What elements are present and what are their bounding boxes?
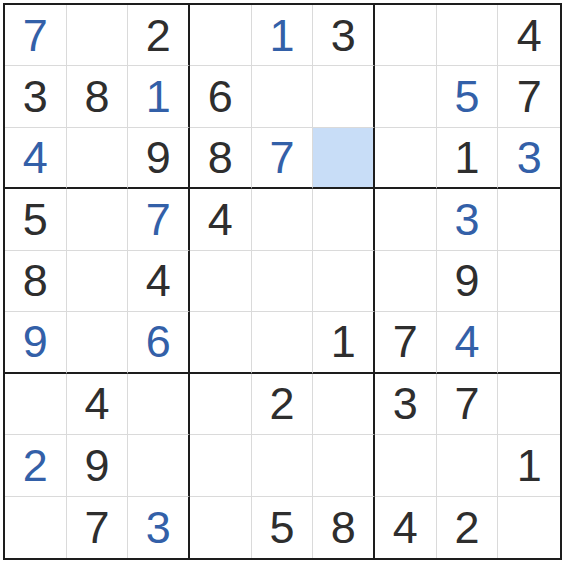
cell-r6c3[interactable]: 6 [128,312,190,373]
cell-r9c1[interactable] [5,497,67,558]
cell-r2c4[interactable]: 6 [190,66,252,127]
cell-r4c4[interactable]: 4 [190,189,252,250]
cell-r2c9[interactable]: 7 [498,66,560,127]
cell-r3c8[interactable]: 1 [437,128,499,189]
cell-r3c7[interactable] [375,128,437,189]
sudoku-board: 7213438165749871357438499617442372917358… [3,3,562,560]
cell-r4c6[interactable] [313,189,375,250]
cell-r8c4[interactable] [190,435,252,496]
cell-r7c6[interactable] [313,374,375,435]
cell-r5c7[interactable] [375,251,437,312]
cell-r2c3[interactable]: 1 [128,66,190,127]
cell-r1c1[interactable]: 7 [5,5,67,66]
cell-r1c6[interactable]: 3 [313,5,375,66]
cell-r3c6[interactable] [313,128,375,189]
cell-r6c8[interactable]: 4 [437,312,499,373]
cell-r7c9[interactable] [498,374,560,435]
cell-r7c5[interactable]: 2 [252,374,314,435]
cell-r9c2[interactable]: 7 [67,497,129,558]
cell-r6c2[interactable] [67,312,129,373]
cell-r8c8[interactable] [437,435,499,496]
cell-r8c6[interactable] [313,435,375,496]
cell-r4c7[interactable] [375,189,437,250]
cell-r1c4[interactable] [190,5,252,66]
cell-r6c1[interactable]: 9 [5,312,67,373]
cell-r3c3[interactable]: 9 [128,128,190,189]
cell-r4c1[interactable]: 5 [5,189,67,250]
cell-r3c2[interactable] [67,128,129,189]
cell-r7c4[interactable] [190,374,252,435]
cell-r7c1[interactable] [5,374,67,435]
cell-r4c2[interactable] [67,189,129,250]
cell-r3c1[interactable]: 4 [5,128,67,189]
cell-r4c8[interactable]: 3 [437,189,499,250]
cell-r5c3[interactable]: 4 [128,251,190,312]
cell-r5c6[interactable] [313,251,375,312]
cell-r5c8[interactable]: 9 [437,251,499,312]
cell-r6c9[interactable] [498,312,560,373]
cell-r9c6[interactable]: 8 [313,497,375,558]
cell-r8c9[interactable]: 1 [498,435,560,496]
cell-r5c2[interactable] [67,251,129,312]
cell-r5c5[interactable] [252,251,314,312]
cell-r6c4[interactable] [190,312,252,373]
cell-r9c4[interactable] [190,497,252,558]
cell-r4c3[interactable]: 7 [128,189,190,250]
cell-r6c5[interactable] [252,312,314,373]
cell-r1c2[interactable] [67,5,129,66]
cell-r5c4[interactable] [190,251,252,312]
cell-r1c8[interactable] [437,5,499,66]
cell-r5c9[interactable] [498,251,560,312]
cell-r8c7[interactable] [375,435,437,496]
cell-r8c5[interactable] [252,435,314,496]
cell-r3c4[interactable]: 8 [190,128,252,189]
cell-r2c8[interactable]: 5 [437,66,499,127]
cell-r9c7[interactable]: 4 [375,497,437,558]
cell-r9c9[interactable] [498,497,560,558]
cell-r6c7[interactable]: 7 [375,312,437,373]
cell-r1c3[interactable]: 2 [128,5,190,66]
cell-r5c1[interactable]: 8 [5,251,67,312]
cell-r2c2[interactable]: 8 [67,66,129,127]
cell-r2c5[interactable] [252,66,314,127]
cell-r4c9[interactable] [498,189,560,250]
cell-r1c9[interactable]: 4 [498,5,560,66]
cell-r1c5[interactable]: 1 [252,5,314,66]
cell-r3c5[interactable]: 7 [252,128,314,189]
cell-r8c1[interactable]: 2 [5,435,67,496]
cell-r9c3[interactable]: 3 [128,497,190,558]
cell-r7c7[interactable]: 3 [375,374,437,435]
cell-r2c1[interactable]: 3 [5,66,67,127]
cell-r1c7[interactable] [375,5,437,66]
cell-r8c3[interactable] [128,435,190,496]
cell-r8c2[interactable]: 9 [67,435,129,496]
cell-r7c3[interactable] [128,374,190,435]
cell-r3c9[interactable]: 3 [498,128,560,189]
cell-r9c8[interactable]: 2 [437,497,499,558]
cell-r7c8[interactable]: 7 [437,374,499,435]
cell-r7c2[interactable]: 4 [67,374,129,435]
cell-r2c7[interactable] [375,66,437,127]
cell-r4c5[interactable] [252,189,314,250]
cell-r9c5[interactable]: 5 [252,497,314,558]
cell-r2c6[interactable] [313,66,375,127]
cell-r6c6[interactable]: 1 [313,312,375,373]
